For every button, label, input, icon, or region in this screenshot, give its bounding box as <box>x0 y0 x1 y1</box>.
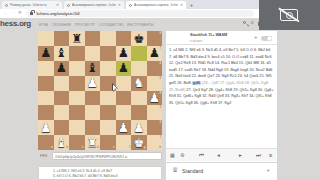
site-logo[interactable]: hess.org <box>0 19 31 28</box>
square-e7[interactable] <box>100 46 116 61</box>
browser-tab-1[interactable]: Размер доски - lichess.ru ✕ <box>2 1 62 9</box>
file-coord: c <box>82 146 84 149</box>
square-e6[interactable] <box>100 61 116 76</box>
square-h1[interactable]: 1h <box>147 135 163 150</box>
square-f8[interactable] <box>116 31 132 46</box>
square-f7[interactable]: ♟ <box>116 46 132 61</box>
favicon <box>67 4 70 7</box>
square-a3[interactable] <box>38 105 54 120</box>
square-h7[interactable]: 7♟ <box>147 46 163 61</box>
square-b4[interactable] <box>54 91 70 106</box>
browser-tab-2[interactable]: Анализировать партию - liches ✕ <box>64 1 124 9</box>
piece-wp-g2[interactable]: ♟ <box>131 120 147 135</box>
square-a8[interactable] <box>38 31 54 46</box>
square-d6[interactable]: ♝ <box>85 61 101 76</box>
square-a6[interactable] <box>38 61 54 76</box>
favicon <box>5 4 8 7</box>
back-icon[interactable]: ← <box>4 10 9 15</box>
fen-row: FEN 2r3k1/pb3p1p/1p1b1p2/3P2N1/7P/8/P4PP… <box>40 152 162 161</box>
nav-community[interactable]: СООБЩЕСТВО <box>99 23 124 27</box>
square-d2[interactable] <box>85 120 101 135</box>
square-g4[interactable] <box>131 91 147 106</box>
square-g3[interactable] <box>131 105 147 120</box>
square-c3[interactable] <box>69 105 85 120</box>
square-d8[interactable] <box>85 31 101 46</box>
square-g1[interactable]: g♚ <box>131 135 147 150</box>
square-e8[interactable] <box>100 31 116 46</box>
chess-board[interactable]: ♜♚8♟♝♟7♟♟♝♟6♟♞54♟3♟♟♟2ab♝cd♜efg♚1h <box>38 31 162 150</box>
square-c2[interactable] <box>69 120 85 135</box>
tab-title: Размер доски - lichess.ru <box>10 3 54 7</box>
square-h4[interactable]: 4♟ <box>147 91 163 106</box>
square-g6[interactable] <box>131 61 147 76</box>
tab-title: Анализировать партию - liches <box>134 3 178 7</box>
piece-wn-g5[interactable]: ♞ <box>131 75 147 90</box>
square-h5[interactable]: 5 <box>147 76 163 91</box>
square-g7[interactable] <box>131 46 147 61</box>
square-b8[interactable] <box>54 31 70 46</box>
analysis-panel: Stockfish 11+ WASM в облаке + 1. c4 Nf6 … <box>166 31 277 180</box>
address-bar[interactable]: lichess.org/analysis#04 <box>26 10 254 17</box>
square-h6[interactable]: 6 <box>147 61 163 76</box>
url-text: lichess.org/analysis#04 <box>36 11 79 16</box>
square-c4[interactable] <box>69 91 85 106</box>
square-e3[interactable] <box>100 105 116 120</box>
crown-icon: ♕ <box>172 166 178 174</box>
square-c7[interactable] <box>69 46 85 61</box>
piece-bk-g8[interactable]: ♚ <box>131 31 147 46</box>
menu-icon[interactable]: ≡ <box>269 152 272 158</box>
square-c6[interactable] <box>69 61 85 76</box>
rank-coord: 8 <box>160 32 162 35</box>
rank-coord: 1 <box>160 136 162 139</box>
tab-close-icon[interactable]: ✕ <box>56 3 59 7</box>
pgn-textarea[interactable]: 1. c4 Nf6 2. Nf3 e6 3. Nc3 d5 4. e3 Be7 … <box>38 166 162 180</box>
piece-bp-f6[interactable]: ♟ <box>116 60 132 75</box>
piece-wk-g1[interactable]: ♚ <box>131 135 147 150</box>
square-f1[interactable]: f <box>116 135 132 150</box>
piece-wp-f2[interactable]: ♟ <box>116 120 132 135</box>
square-d1[interactable]: d♜ <box>85 135 101 150</box>
piece-br-c8[interactable]: ♜ <box>69 31 85 46</box>
piece-wp-h4[interactable]: ♟ <box>147 90 163 105</box>
square-a2[interactable]: ♟ <box>38 120 54 135</box>
square-a4[interactable] <box>38 91 54 106</box>
mouse-cursor <box>112 83 118 92</box>
square-h2[interactable]: 2 <box>147 120 163 135</box>
square-d3[interactable] <box>85 105 101 120</box>
piece-wp-d5[interactable]: ♟ <box>85 75 101 90</box>
file-coord: h <box>159 146 161 149</box>
nav-watch[interactable]: ПРОСМОТР <box>75 23 95 27</box>
rank-coord: 3 <box>160 106 162 109</box>
square-f4[interactable] <box>116 91 132 106</box>
square-f6[interactable]: ♟ <box>116 61 132 76</box>
square-b6[interactable]: ♟ <box>54 61 70 76</box>
square-e4[interactable] <box>100 91 116 106</box>
piece-wb-b1[interactable]: ♝ <box>54 135 70 150</box>
move-list[interactable]: 1. c4 Nf6 2. Nf3 e6 3. Nc3 d5 4. e3 Be7 … <box>166 45 277 148</box>
variant-select[interactable]: ♕ Standard ▾ <box>166 162 277 178</box>
nav-play[interactable]: ИГРА <box>39 23 48 27</box>
engine-box: Stockfish 11+ WASM в облаке + <box>166 31 277 45</box>
square-f3[interactable] <box>116 105 132 120</box>
piece-bp-a7[interactable]: ♟ <box>38 45 54 60</box>
piece-bb-b7[interactable]: ♝ <box>54 45 70 60</box>
square-a1[interactable]: a <box>38 135 54 150</box>
square-a7[interactable]: ♟ <box>38 46 54 61</box>
square-d7[interactable] <box>85 46 101 61</box>
file-coord: a <box>51 146 53 149</box>
pgn-line: 5. b3 O-O 6. Bb2 b6 7. d4 Bb7 8. Bd3 dxc… <box>53 174 157 179</box>
current-move[interactable]: gxf6 <box>192 81 201 85</box>
prev-move-icon[interactable]: ◂ <box>217 152 220 158</box>
moves-before[interactable]: 1. c4 Nf6 2. Nf3 e6 3. Nc3 d5 4. e3 Be7 … <box>169 48 272 85</box>
last-move-icon[interactable]: ⏭ <box>256 152 261 158</box>
new-tab-button[interactable]: + <box>190 2 193 8</box>
lock-icon <box>30 12 33 15</box>
square-b3[interactable] <box>54 105 70 120</box>
piece-bp-b6[interactable]: ♟ <box>54 60 70 75</box>
square-g2[interactable]: ♟ <box>131 120 147 135</box>
screenshot-blocked-overlay <box>259 0 320 30</box>
square-d5[interactable]: ♟ <box>85 76 101 91</box>
square-a5[interactable] <box>38 76 54 91</box>
square-f2[interactable]: ♟ <box>116 120 132 135</box>
next-move-icon[interactable]: ▸ <box>239 152 242 158</box>
reload-icon[interactable]: ⟳ <box>18 10 22 15</box>
square-g5[interactable]: ♞ <box>131 76 147 91</box>
analysis-control-bar: ▦ ⚙ ⏮ ◂ ▸ ⏭ ≡ <box>166 148 277 161</box>
browser-tab-3-active[interactable]: Анализировать партию - liches ✕ <box>126 1 186 9</box>
square-c5[interactable] <box>69 76 85 91</box>
square-c1[interactable]: c <box>69 135 85 150</box>
fen-label: FEN <box>40 154 47 158</box>
rank-coord: 6 <box>160 62 162 65</box>
chevron-down-icon: ▾ <box>267 168 269 173</box>
square-b5[interactable] <box>54 76 70 91</box>
square-g8[interactable]: ♚ <box>131 31 147 46</box>
engine-toggle[interactable] <box>261 36 272 42</box>
square-b1[interactable]: b♝ <box>54 135 70 150</box>
nav-tools[interactable]: ИНСТРУМЕНТЫ <box>127 23 154 27</box>
challenge-swords-icon[interactable]: ⚔ <box>250 20 254 25</box>
first-move-icon[interactable]: ⏮ <box>199 152 204 158</box>
piece-bp-h7[interactable]: ♟ <box>147 45 163 60</box>
piece-wr-d1[interactable]: ♜ <box>85 135 101 150</box>
variant-label: Standard <box>182 168 203 174</box>
favicon <box>129 4 132 7</box>
square-d4[interactable] <box>85 91 101 106</box>
engine-subtitle: в облаке <box>190 39 202 43</box>
tab-close-icon[interactable]: ✕ <box>180 3 183 7</box>
fen-input[interactable]: 2r3k1/pb3p1p/1p1b1p2/3P2N1/7P/8/P4PP1/1B… <box>52 152 162 160</box>
square-c8[interactable]: ♜ <box>69 31 85 46</box>
square-b7[interactable]: ♝ <box>54 46 70 61</box>
tab-close-icon[interactable]: ✕ <box>118 3 121 7</box>
gear-icon[interactable]: ⚙ <box>180 152 184 158</box>
square-e2[interactable] <box>100 120 116 135</box>
square-e1[interactable]: e <box>100 135 116 150</box>
file-coord: e <box>113 146 115 149</box>
piece-bp-f7[interactable]: ♟ <box>116 45 132 60</box>
engine-plus-button[interactable]: + <box>254 34 258 40</box>
engine-name: Stockfish 11+ WASM <box>190 33 227 37</box>
search-icon[interactable] <box>243 21 246 24</box>
rank-coord: 2 <box>160 121 162 124</box>
tab-title: Анализировать партию - liches <box>72 3 116 7</box>
piece-bb-d6[interactable]: ♝ <box>85 60 101 75</box>
square-b2[interactable] <box>54 120 70 135</box>
rank-coord: 5 <box>160 77 162 80</box>
nav-learn[interactable]: ОБУЧЕНИЕ <box>52 23 71 27</box>
board-editor-icon[interactable]: ▦ <box>170 152 175 158</box>
forward-icon[interactable]: → <box>11 10 16 15</box>
piece-wp-a2[interactable]: ♟ <box>38 120 54 135</box>
square-h3[interactable]: 3 <box>147 105 163 120</box>
square-h8[interactable]: 8 <box>147 31 163 46</box>
